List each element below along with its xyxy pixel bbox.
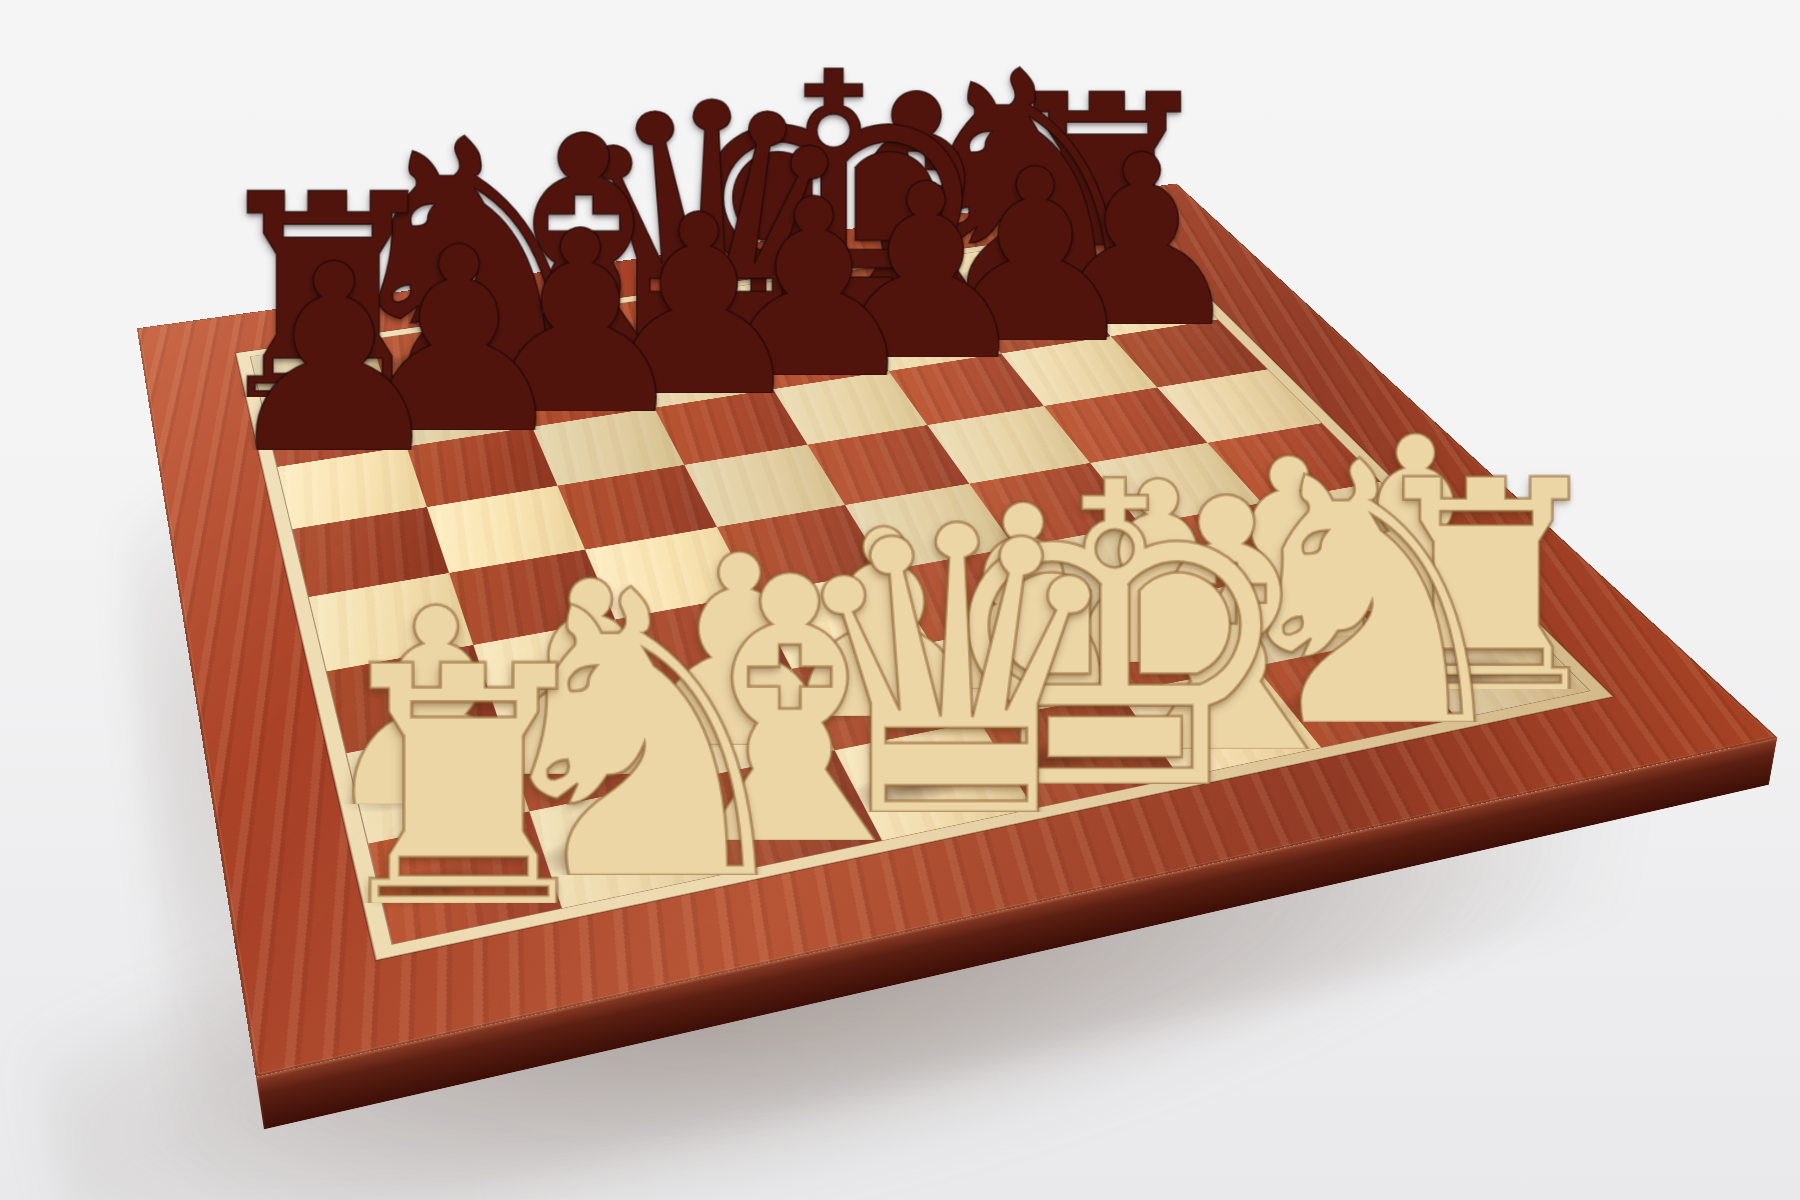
perspective-wrap: ♜♞♝♛♚♝♞♜♟♟♟♟♟♟♟♟♟♟♟♟♟♟♟♟♜♞♝♛♚♝♞♜ — [0, 0, 1800, 1200]
piece-shadow — [984, 730, 1126, 788]
piece-shadow — [792, 677, 928, 731]
piece-shadow — [1071, 625, 1204, 675]
piece-shadow — [495, 733, 635, 791]
piece-shadow — [683, 789, 828, 851]
chessboard: ♜♞♝♛♚♝♞♜♟♟♟♟♟♟♟♟♟♟♟♟♟♟♟♟♜♞♝♛♚♝♞♜ — [137, 183, 1777, 1076]
piece-shadow — [1203, 600, 1334, 649]
piece-white-knight-b1: ♞ — [466, 541, 786, 842]
piece-shadow — [646, 704, 784, 760]
piece-shadow — [934, 650, 1069, 702]
studio-scene: ♜♞♝♛♚♝♞♜♟♟♟♟♟♟♟♟♟♟♟♟♟♟♟♟♜♞♝♛♚♝♞♜ — [0, 0, 1800, 1200]
piece-white-queen-d1: ♛ — [778, 476, 1086, 779]
piece-shadow — [1331, 575, 1461, 622]
piece-white-bishop-c1: ♝ — [625, 530, 939, 810]
